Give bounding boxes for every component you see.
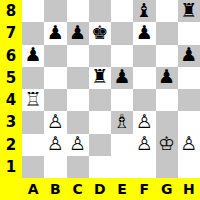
square-g2[interactable]: ♔ bbox=[156, 134, 178, 156]
black-king: ♚ bbox=[91, 23, 108, 42]
square-g6[interactable] bbox=[156, 45, 178, 67]
white-pawn: ♙ bbox=[136, 112, 153, 131]
square-b8[interactable] bbox=[44, 0, 66, 22]
white-rook: ♖ bbox=[25, 90, 42, 109]
square-e1[interactable] bbox=[111, 156, 133, 178]
square-b6[interactable] bbox=[44, 45, 66, 67]
rank-label-7: 7 bbox=[0, 22, 22, 44]
rank-label-8: 8 bbox=[0, 0, 22, 22]
square-h8[interactable]: ♜ bbox=[178, 0, 200, 22]
rank-label-5: 5 bbox=[0, 67, 22, 89]
square-g4[interactable] bbox=[156, 89, 178, 111]
square-b3[interactable]: ♙ bbox=[44, 111, 66, 133]
square-f2[interactable]: ♙ bbox=[133, 134, 155, 156]
square-d7[interactable]: ♚ bbox=[89, 22, 111, 44]
rank-label-6: 6 bbox=[0, 45, 22, 67]
black-pawn: ♟ bbox=[69, 23, 86, 42]
square-b4[interactable] bbox=[44, 89, 66, 111]
black-pawn: ♟ bbox=[158, 67, 175, 86]
white-king: ♔ bbox=[158, 134, 175, 153]
square-c6[interactable] bbox=[67, 45, 89, 67]
white-pawn: ♙ bbox=[47, 134, 64, 153]
file-label-f: F bbox=[133, 178, 155, 200]
white-pawn: ♙ bbox=[180, 134, 197, 153]
rank-label-4: 4 bbox=[0, 89, 22, 111]
square-a1[interactable] bbox=[22, 156, 44, 178]
square-c7[interactable]: ♟ bbox=[67, 22, 89, 44]
square-h6[interactable]: ♟ bbox=[178, 45, 200, 67]
file-label-a: A bbox=[22, 178, 44, 200]
black-pawn: ♟ bbox=[47, 23, 64, 42]
square-e4[interactable] bbox=[111, 89, 133, 111]
black-pawn: ♟ bbox=[136, 23, 153, 42]
square-a3[interactable] bbox=[22, 111, 44, 133]
rank-label-3: 3 bbox=[0, 111, 22, 133]
white-pawn: ♙ bbox=[69, 134, 86, 153]
square-f1[interactable] bbox=[133, 156, 155, 178]
square-d3[interactable] bbox=[89, 111, 111, 133]
black-pawn: ♟ bbox=[25, 45, 42, 64]
square-e8[interactable] bbox=[111, 0, 133, 22]
square-d6[interactable] bbox=[89, 45, 111, 67]
square-c8[interactable] bbox=[67, 0, 89, 22]
square-d8[interactable] bbox=[89, 0, 111, 22]
square-h5[interactable] bbox=[178, 67, 200, 89]
black-rook: ♜ bbox=[91, 67, 108, 86]
square-e2[interactable] bbox=[111, 134, 133, 156]
square-a5[interactable] bbox=[22, 67, 44, 89]
square-g5[interactable]: ♟ bbox=[156, 67, 178, 89]
white-pawn: ♙ bbox=[47, 112, 64, 131]
square-h4[interactable] bbox=[178, 89, 200, 111]
rank-label-1: 1 bbox=[0, 156, 22, 178]
rank-label-2: 2 bbox=[0, 134, 22, 156]
square-e7[interactable] bbox=[111, 22, 133, 44]
square-b7[interactable]: ♟ bbox=[44, 22, 66, 44]
square-d5[interactable]: ♜ bbox=[89, 67, 111, 89]
file-label-h: H bbox=[178, 178, 200, 200]
chess-diagram: 8 7 6 5 4 3 2 1 ♝♜♟♟♚♟♟♟♜♟♟♖♙♗♙♙♙♙♔♙ A B… bbox=[0, 0, 200, 200]
square-f8[interactable]: ♝ bbox=[133, 0, 155, 22]
square-b2[interactable]: ♙ bbox=[44, 134, 66, 156]
black-pawn: ♟ bbox=[114, 67, 131, 86]
square-g8[interactable] bbox=[156, 0, 178, 22]
square-h3[interactable] bbox=[178, 111, 200, 133]
square-a2[interactable] bbox=[22, 134, 44, 156]
square-f7[interactable]: ♟ bbox=[133, 22, 155, 44]
black-pawn: ♟ bbox=[180, 45, 197, 64]
square-d2[interactable] bbox=[89, 134, 111, 156]
file-label-e: E bbox=[111, 178, 133, 200]
corner-spacer bbox=[0, 178, 22, 200]
square-c1[interactable] bbox=[67, 156, 89, 178]
white-pawn: ♙ bbox=[136, 134, 153, 153]
file-label-c: C bbox=[67, 178, 89, 200]
square-c4[interactable] bbox=[67, 89, 89, 111]
square-d4[interactable] bbox=[89, 89, 111, 111]
square-f3[interactable]: ♙ bbox=[133, 111, 155, 133]
square-g1[interactable] bbox=[156, 156, 178, 178]
file-labels: A B C D E F G H bbox=[0, 178, 200, 200]
square-b1[interactable] bbox=[44, 156, 66, 178]
white-bishop: ♗ bbox=[114, 112, 131, 131]
black-rook: ♜ bbox=[180, 1, 197, 20]
square-h7[interactable] bbox=[178, 22, 200, 44]
file-label-g: G bbox=[156, 178, 178, 200]
square-a8[interactable] bbox=[22, 0, 44, 22]
square-c3[interactable] bbox=[67, 111, 89, 133]
rank-labels: 8 7 6 5 4 3 2 1 bbox=[0, 0, 22, 178]
square-f6[interactable] bbox=[133, 45, 155, 67]
square-a7[interactable] bbox=[22, 22, 44, 44]
square-g3[interactable] bbox=[156, 111, 178, 133]
square-a6[interactable]: ♟ bbox=[22, 45, 44, 67]
square-f4[interactable] bbox=[133, 89, 155, 111]
square-d1[interactable] bbox=[89, 156, 111, 178]
square-e6[interactable] bbox=[111, 45, 133, 67]
square-a4[interactable]: ♖ bbox=[22, 89, 44, 111]
square-h2[interactable]: ♙ bbox=[178, 134, 200, 156]
square-h1[interactable] bbox=[178, 156, 200, 178]
file-label-b: B bbox=[44, 178, 66, 200]
square-c2[interactable]: ♙ bbox=[67, 134, 89, 156]
black-bishop: ♝ bbox=[136, 1, 153, 20]
chess-board: ♝♜♟♟♚♟♟♟♜♟♟♖♙♗♙♙♙♙♔♙ bbox=[22, 0, 200, 178]
square-c5[interactable] bbox=[67, 67, 89, 89]
file-label-d: D bbox=[89, 178, 111, 200]
square-e3[interactable]: ♗ bbox=[111, 111, 133, 133]
square-g7[interactable] bbox=[156, 22, 178, 44]
square-e5[interactable]: ♟ bbox=[111, 67, 133, 89]
square-f5[interactable] bbox=[133, 67, 155, 89]
square-b5[interactable] bbox=[44, 67, 66, 89]
